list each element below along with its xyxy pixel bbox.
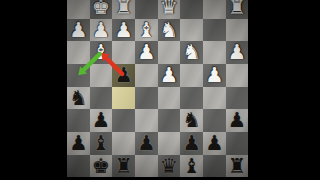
square-c6[interactable]: ♞ <box>180 109 203 132</box>
square-c3[interactable]: ♞ <box>180 41 203 64</box>
square-a3[interactable]: ♟ <box>226 41 249 64</box>
white-pawn: ♟ <box>228 42 246 63</box>
square-b8[interactable] <box>203 155 226 178</box>
square-c5[interactable] <box>180 87 203 110</box>
square-g2[interactable]: ♟ <box>90 19 113 42</box>
white-rook: ♜ <box>114 0 132 17</box>
square-f4[interactable]: ♟ <box>112 64 135 87</box>
square-b2[interactable] <box>203 19 226 42</box>
square-d8[interactable]: ♛ <box>158 155 181 178</box>
square-e8[interactable] <box>135 155 158 178</box>
black-pawn: ♟ <box>114 65 132 86</box>
white-pawn: ♟ <box>69 19 87 40</box>
square-h7[interactable]: ♟ <box>67 132 90 155</box>
white-pawn: ♟ <box>160 65 178 86</box>
letterbox-right <box>249 0 320 180</box>
square-h1[interactable] <box>67 0 90 19</box>
square-a5[interactable] <box>226 87 249 110</box>
black-pawn: ♟ <box>205 133 223 154</box>
white-pawn: ♟ <box>205 65 223 86</box>
square-g1[interactable]: ♚ <box>90 0 113 19</box>
black-pawn: ♟ <box>92 110 110 131</box>
square-f5[interactable] <box>112 87 135 110</box>
black-pawn: ♟ <box>69 133 87 154</box>
square-d6[interactable] <box>158 109 181 132</box>
square-a6[interactable]: ♟ <box>226 109 249 132</box>
square-c4[interactable] <box>180 64 203 87</box>
square-d2[interactable]: ♞ <box>158 19 181 42</box>
square-b6[interactable] <box>203 109 226 132</box>
square-d4[interactable]: ♟ <box>158 64 181 87</box>
square-d3[interactable] <box>158 41 181 64</box>
white-bishop: ♝ <box>137 19 155 40</box>
black-knight: ♞ <box>69 87 87 108</box>
square-d7[interactable] <box>158 132 181 155</box>
square-e4[interactable] <box>135 64 158 87</box>
chess-board: ♚♜♛♜♟♟♟♝♞♝♟♞♟♟♟♟♞♟♞♟♟♝♟♟♟♚♜♛♝♜ <box>67 0 248 177</box>
square-a4[interactable] <box>226 64 249 87</box>
white-knight: ♞ <box>183 42 201 63</box>
square-a2[interactable] <box>226 19 249 42</box>
black-king: ♚ <box>92 155 110 176</box>
square-g4[interactable] <box>90 64 113 87</box>
black-pawn: ♟ <box>183 133 201 154</box>
square-f7[interactable] <box>112 132 135 155</box>
square-c8[interactable]: ♝ <box>180 155 203 178</box>
square-e1[interactable] <box>135 0 158 19</box>
square-d5[interactable] <box>158 87 181 110</box>
square-a1[interactable]: ♜ <box>226 0 249 19</box>
white-pawn: ♟ <box>92 19 110 40</box>
square-h4[interactable] <box>67 64 90 87</box>
white-bishop: ♝ <box>92 42 110 63</box>
square-g8[interactable]: ♚ <box>90 155 113 178</box>
white-rook: ♜ <box>228 0 246 17</box>
square-b3[interactable] <box>203 41 226 64</box>
square-h2[interactable]: ♟ <box>67 19 90 42</box>
chess-thumbnail: ♚♜♛♜♟♟♟♝♞♝♟♞♟♟♟♟♞♟♞♟♟♝♟♟♟♚♜♛♝♜ <box>0 0 320 180</box>
black-pawn: ♟ <box>228 110 246 131</box>
black-pawn: ♟ <box>137 133 155 154</box>
square-f8[interactable]: ♜ <box>112 155 135 178</box>
square-h5[interactable]: ♞ <box>67 87 90 110</box>
white-pawn: ♟ <box>114 19 132 40</box>
square-a7[interactable] <box>226 132 249 155</box>
white-knight: ♞ <box>160 19 178 40</box>
square-b1[interactable] <box>203 0 226 19</box>
square-f1[interactable]: ♜ <box>112 0 135 19</box>
square-f2[interactable]: ♟ <box>112 19 135 42</box>
square-d1[interactable]: ♛ <box>158 0 181 19</box>
square-b5[interactable] <box>203 87 226 110</box>
square-f6[interactable] <box>112 109 135 132</box>
square-c7[interactable]: ♟ <box>180 132 203 155</box>
square-a8[interactable]: ♜ <box>226 155 249 178</box>
black-rook: ♜ <box>114 155 132 176</box>
white-king: ♚ <box>92 0 110 17</box>
square-g5[interactable] <box>90 87 113 110</box>
square-e7[interactable]: ♟ <box>135 132 158 155</box>
square-e2[interactable]: ♝ <box>135 19 158 42</box>
white-pawn: ♟ <box>137 42 155 63</box>
square-h6[interactable] <box>67 109 90 132</box>
square-g3[interactable]: ♝ <box>90 41 113 64</box>
black-bishop: ♝ <box>92 133 110 154</box>
square-e5[interactable] <box>135 87 158 110</box>
letterbox-left <box>0 0 67 180</box>
square-g6[interactable]: ♟ <box>90 109 113 132</box>
square-b4[interactable]: ♟ <box>203 64 226 87</box>
black-bishop: ♝ <box>183 155 201 176</box>
square-f3[interactable] <box>112 41 135 64</box>
black-queen: ♛ <box>160 155 178 176</box>
square-c2[interactable] <box>180 19 203 42</box>
square-g7[interactable]: ♝ <box>90 132 113 155</box>
square-e6[interactable] <box>135 109 158 132</box>
black-rook: ♜ <box>228 155 246 176</box>
square-h3[interactable] <box>67 41 90 64</box>
square-h8[interactable] <box>67 155 90 178</box>
square-b7[interactable]: ♟ <box>203 132 226 155</box>
black-knight: ♞ <box>183 110 201 131</box>
white-queen: ♛ <box>160 0 178 17</box>
square-c1[interactable] <box>180 0 203 19</box>
square-e3[interactable]: ♟ <box>135 41 158 64</box>
